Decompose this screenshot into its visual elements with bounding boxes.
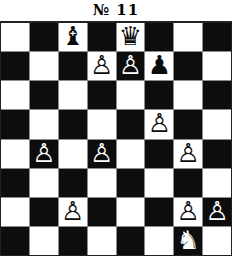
square-a5[interactable]: [1, 110, 29, 138]
piece-black-pawn: ♟: [148, 52, 171, 78]
square-f5[interactable]: ♙: [145, 110, 173, 138]
square-c1[interactable]: [59, 227, 87, 255]
square-g2[interactable]: ♙: [174, 198, 202, 226]
square-b6[interactable]: [30, 81, 58, 109]
square-f3[interactable]: [145, 169, 173, 197]
square-g1[interactable]: ♞: [174, 227, 202, 255]
piece-white-pawn: ♙: [177, 198, 200, 224]
piece-white-pawn: ♙: [90, 140, 113, 166]
square-c7[interactable]: [59, 52, 87, 80]
piece-white-pawn: ♙: [90, 52, 113, 78]
square-d2[interactable]: [88, 198, 116, 226]
square-c2[interactable]: ♙: [59, 198, 87, 226]
square-h6[interactable]: [203, 81, 231, 109]
piece-white-pawn: ♙: [61, 198, 84, 224]
square-a7[interactable]: [1, 52, 29, 80]
square-g7[interactable]: [174, 52, 202, 80]
square-a6[interactable]: [1, 81, 29, 109]
square-f1[interactable]: [145, 227, 173, 255]
square-g5[interactable]: [174, 110, 202, 138]
piece-white-pawn: ♙: [119, 52, 142, 78]
square-d4[interactable]: ♙: [88, 140, 116, 168]
square-d5[interactable]: [88, 110, 116, 138]
square-b5[interactable]: [30, 110, 58, 138]
piece-white-pawn: ♙: [177, 140, 200, 166]
chess-diagram: № 11 ♝♛♙♙♟♙♙♙♙♙♙♙♞: [0, 0, 232, 256]
square-g3[interactable]: [174, 169, 202, 197]
square-b1[interactable]: [30, 227, 58, 255]
square-e4[interactable]: [117, 140, 145, 168]
piece-black-queen: ♛: [119, 23, 142, 49]
square-h3[interactable]: [203, 169, 231, 197]
square-b2[interactable]: [30, 198, 58, 226]
square-h7[interactable]: [203, 52, 231, 80]
square-d8[interactable]: [88, 23, 116, 51]
square-h2[interactable]: ♙: [203, 198, 231, 226]
square-a8[interactable]: [1, 23, 29, 51]
diagram-number: № 11: [0, 0, 232, 21]
square-d6[interactable]: [88, 81, 116, 109]
square-e7[interactable]: ♙: [117, 52, 145, 80]
square-e6[interactable]: [117, 81, 145, 109]
square-a3[interactable]: [1, 169, 29, 197]
piece-white-pawn: ♙: [148, 110, 171, 136]
square-c5[interactable]: [59, 110, 87, 138]
piece-white-pawn: ♙: [205, 198, 228, 224]
square-d3[interactable]: [88, 169, 116, 197]
square-b8[interactable]: [30, 23, 58, 51]
square-f2[interactable]: [145, 198, 173, 226]
square-g6[interactable]: [174, 81, 202, 109]
square-h8[interactable]: [203, 23, 231, 51]
chess-board: ♝♛♙♙♟♙♙♙♙♙♙♙♞: [0, 21, 232, 256]
square-d1[interactable]: [88, 227, 116, 255]
square-a2[interactable]: [1, 198, 29, 226]
piece-white-pawn: ♙: [32, 140, 55, 166]
square-b7[interactable]: [30, 52, 58, 80]
square-e5[interactable]: [117, 110, 145, 138]
square-c3[interactable]: [59, 169, 87, 197]
square-a1[interactable]: [1, 227, 29, 255]
square-b3[interactable]: [30, 169, 58, 197]
square-d7[interactable]: ♙: [88, 52, 116, 80]
piece-black-knight: ♞: [177, 227, 200, 253]
square-f6[interactable]: [145, 81, 173, 109]
square-a4[interactable]: [1, 140, 29, 168]
square-e8[interactable]: ♛: [117, 23, 145, 51]
square-g4[interactable]: ♙: [174, 140, 202, 168]
square-c8[interactable]: ♝: [59, 23, 87, 51]
square-e1[interactable]: [117, 227, 145, 255]
square-h5[interactable]: [203, 110, 231, 138]
square-f8[interactable]: [145, 23, 173, 51]
square-g8[interactable]: [174, 23, 202, 51]
square-c4[interactable]: [59, 140, 87, 168]
square-f4[interactable]: [145, 140, 173, 168]
square-c6[interactable]: [59, 81, 87, 109]
square-h4[interactable]: [203, 140, 231, 168]
square-e3[interactable]: [117, 169, 145, 197]
square-e2[interactable]: [117, 198, 145, 226]
square-h1[interactable]: [203, 227, 231, 255]
square-b4[interactable]: ♙: [30, 140, 58, 168]
piece-black-bishop: ♝: [61, 23, 84, 49]
square-f7[interactable]: ♟: [145, 52, 173, 80]
